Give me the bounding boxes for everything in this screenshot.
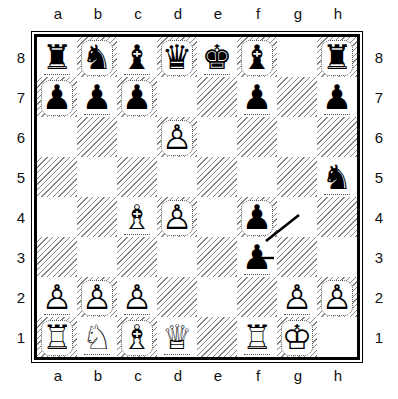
square-f5[interactable] [237, 157, 277, 197]
piece-black-knight-h5[interactable]: ♞♞ [317, 157, 357, 197]
square-h3[interactable] [317, 237, 357, 277]
square-g7[interactable] [277, 77, 317, 117]
file-label-bottom-c: c [118, 363, 158, 389]
piece-glyph: ♝ [122, 40, 152, 74]
piece-glyph: ♟ [242, 240, 272, 274]
piece-glyph: ♜ [42, 40, 72, 74]
square-d1[interactable]: ♛♕ [157, 317, 197, 357]
square-a4[interactable] [37, 197, 77, 237]
piece-glyph: ♖ [42, 320, 72, 354]
square-e2[interactable] [197, 277, 237, 317]
rank-label-right-8: 8 [364, 38, 394, 78]
square-e3[interactable] [197, 237, 237, 277]
square-h2[interactable]: ♟♙ [317, 277, 357, 317]
piece-glyph: ♘ [82, 320, 112, 354]
piece-glyph: ♚ [202, 40, 232, 74]
piece-black-pawn-c7[interactable]: ♟♟ [117, 77, 157, 117]
square-e4[interactable] [197, 197, 237, 237]
piece-glyph: ♟ [242, 200, 272, 234]
piece-black-pawn-h7[interactable]: ♟♟ [317, 77, 357, 117]
piece-white-pawn-c2[interactable]: ♟♙ [117, 277, 157, 317]
square-h5[interactable]: ♞♞ [317, 157, 357, 197]
square-g6[interactable] [277, 117, 317, 157]
rank-label-left-4: 4 [6, 198, 36, 238]
piece-glyph: ♙ [82, 280, 112, 314]
rank-label-right-6: 6 [364, 118, 394, 158]
piece-glyph: ♜ [322, 40, 352, 74]
file-label-bottom-g: g [278, 363, 318, 389]
rank-label-right-2: 2 [364, 278, 394, 318]
piece-glyph: ♔ [282, 320, 312, 354]
piece-black-bishop-f8[interactable]: ♝♝ [237, 37, 277, 77]
rank-label-right-1: 1 [364, 318, 394, 358]
piece-white-bishop-c1[interactable]: ♝♗ [117, 317, 157, 357]
piece-white-knight-b1[interactable]: ♞♘ [77, 317, 117, 357]
square-f6[interactable] [237, 117, 277, 157]
rank-label-right-5: 5 [364, 158, 394, 198]
piece-white-pawn-d6[interactable]: ♟♙ [157, 117, 197, 157]
square-f8[interactable]: ♝♝ [237, 37, 277, 77]
file-label-bottom-e: e [198, 363, 238, 389]
piece-black-pawn-a7[interactable]: ♟♟ [37, 77, 77, 117]
file-label-top-g: g [278, 2, 318, 26]
square-b8[interactable]: ♞♞ [77, 37, 117, 77]
square-f1[interactable]: ♜♖ [237, 317, 277, 357]
piece-glyph: ♙ [42, 280, 72, 314]
piece-white-pawn-a2[interactable]: ♟♙ [37, 277, 77, 317]
square-d8[interactable]: ♛♛ [157, 37, 197, 77]
rank-label-left-2: 2 [6, 278, 36, 318]
square-g5[interactable] [277, 157, 317, 197]
square-e7[interactable] [197, 77, 237, 117]
piece-black-pawn-f4[interactable]: ♟♟ [237, 197, 277, 237]
square-a8[interactable]: ♜♜ [37, 37, 77, 77]
square-f7[interactable]: ♟♟ [237, 77, 277, 117]
square-b1[interactable]: ♞♘ [77, 317, 117, 357]
file-label-bottom-d: d [158, 363, 198, 389]
square-c2[interactable]: ♟♙ [117, 277, 157, 317]
square-c4[interactable]: ♝♗ [117, 197, 157, 237]
rank-label-left-8: 8 [6, 38, 36, 78]
square-f3[interactable]: ♟♟ [237, 237, 277, 277]
square-g1[interactable]: ♚♔ [277, 317, 317, 357]
square-e5[interactable] [197, 157, 237, 197]
rank-label-left-3: 3 [6, 238, 36, 278]
file-label-top-b: b [78, 2, 118, 26]
piece-glyph: ♙ [162, 200, 192, 234]
piece-glyph: ♞ [82, 40, 112, 74]
square-b5[interactable] [77, 157, 117, 197]
piece-glyph: ♟ [242, 80, 272, 114]
piece-white-pawn-d4[interactable]: ♟♙ [157, 197, 197, 237]
rank-label-right-3: 3 [364, 238, 394, 278]
square-h1[interactable] [317, 317, 357, 357]
piece-glyph: ♛ [162, 40, 192, 74]
square-d7[interactable] [157, 77, 197, 117]
piece-black-king-e8[interactable]: ♚♚ [197, 37, 237, 77]
square-b2[interactable]: ♟♙ [77, 277, 117, 317]
file-label-top-a: a [38, 2, 78, 26]
square-a6[interactable] [37, 117, 77, 157]
file-label-bottom-b: b [78, 363, 118, 389]
square-a1[interactable]: ♜♖ [37, 317, 77, 357]
piece-glyph: ♗ [122, 200, 152, 234]
square-b7[interactable]: ♟♟ [77, 77, 117, 117]
square-g8[interactable] [277, 37, 317, 77]
piece-white-king-g1[interactable]: ♚♔ [277, 317, 317, 357]
piece-white-rook-f1[interactable]: ♜♖ [237, 317, 277, 357]
square-f2[interactable] [237, 277, 277, 317]
board-squares: ♜♜♞♞♝♝♛♛♚♚♝♝♜♜♟♟♟♟♟♟♟♟♟♟♟♙♞♞♝♗♟♙♟♟♟♟♟♙♟♙… [37, 37, 357, 357]
piece-black-pawn-f3[interactable]: ♟♟ [237, 237, 277, 277]
rank-label-left-5: 5 [6, 158, 36, 198]
piece-white-pawn-g2[interactable]: ♟♙ [277, 277, 317, 317]
piece-white-bishop-c4[interactable]: ♝♗ [117, 197, 157, 237]
rank-label-left-6: 6 [6, 118, 36, 158]
square-h4[interactable] [317, 197, 357, 237]
square-h7[interactable]: ♟♟ [317, 77, 357, 117]
square-c7[interactable]: ♟♟ [117, 77, 157, 117]
piece-glyph: ♙ [322, 280, 352, 314]
file-label-bottom-f: f [238, 363, 278, 389]
piece-glyph: ♖ [242, 320, 272, 354]
rank-label-right-7: 7 [364, 78, 394, 118]
file-label-top-e: e [198, 2, 238, 26]
square-b6[interactable] [77, 117, 117, 157]
square-d3[interactable] [157, 237, 197, 277]
board-border: ♜♜♞♞♝♝♛♛♚♚♝♝♜♜♟♟♟♟♟♟♟♟♟♟♟♙♞♞♝♗♟♙♟♟♟♟♟♙♟♙… [34, 34, 360, 360]
rank-label-left-7: 7 [6, 78, 36, 118]
square-d5[interactable] [157, 157, 197, 197]
piece-black-rook-a8[interactable]: ♜♜ [37, 37, 77, 77]
square-a5[interactable] [37, 157, 77, 197]
piece-white-pawn-b2[interactable]: ♟♙ [77, 277, 117, 317]
square-b3[interactable] [77, 237, 117, 277]
piece-white-pawn-h2[interactable]: ♟♙ [317, 277, 357, 317]
piece-glyph: ♟ [122, 80, 152, 114]
piece-glyph: ♙ [122, 280, 152, 314]
piece-glyph: ♙ [162, 120, 192, 154]
square-d2[interactable] [157, 277, 197, 317]
square-e8[interactable]: ♚♚ [197, 37, 237, 77]
file-label-top-d: d [158, 2, 198, 26]
piece-glyph: ♝ [242, 40, 272, 74]
file-label-top-f: f [238, 2, 278, 26]
square-h6[interactable] [317, 117, 357, 157]
piece-glyph: ♟ [322, 80, 352, 114]
square-c5[interactable] [117, 157, 157, 197]
square-g4[interactable] [277, 197, 317, 237]
board-frame: ♜♜♞♞♝♝♛♛♚♚♝♝♜♜♟♟♟♟♟♟♟♟♟♟♟♙♞♞♝♗♟♙♟♟♟♟♟♙♟♙… [31, 31, 363, 363]
piece-black-pawn-f7[interactable]: ♟♟ [237, 77, 277, 117]
square-d4[interactable]: ♟♙ [157, 197, 197, 237]
piece-white-rook-a1[interactable]: ♜♖ [37, 317, 77, 357]
file-label-bottom-h: h [318, 363, 358, 389]
piece-glyph: ♟ [42, 80, 72, 114]
square-a2[interactable]: ♟♙ [37, 277, 77, 317]
piece-black-queen-d8[interactable]: ♛♛ [157, 37, 197, 77]
file-label-top-c: c [118, 2, 158, 26]
piece-glyph: ♟ [82, 80, 112, 114]
file-label-bottom-a: a [38, 363, 78, 389]
square-a3[interactable] [37, 237, 77, 277]
square-e1[interactable] [197, 317, 237, 357]
square-c8[interactable]: ♝♝ [117, 37, 157, 77]
file-label-top-h: h [318, 2, 358, 26]
piece-black-knight-b8[interactable]: ♞♞ [77, 37, 117, 77]
square-h8[interactable]: ♜♜ [317, 37, 357, 77]
square-c3[interactable] [117, 237, 157, 277]
square-b4[interactable] [77, 197, 117, 237]
piece-black-rook-h8[interactable]: ♜♜ [317, 37, 357, 77]
rank-label-left-1: 1 [6, 318, 36, 358]
square-c1[interactable]: ♝♗ [117, 317, 157, 357]
piece-black-pawn-b7[interactable]: ♟♟ [77, 77, 117, 117]
square-e6[interactable] [197, 117, 237, 157]
square-g2[interactable]: ♟♙ [277, 277, 317, 317]
piece-glyph: ♙ [282, 280, 312, 314]
piece-glyph: ♗ [122, 320, 152, 354]
piece-glyph: ♞ [322, 160, 352, 194]
piece-black-bishop-c8[interactable]: ♝♝ [117, 37, 157, 77]
rank-label-right-4: 4 [364, 198, 394, 238]
square-g3[interactable] [277, 237, 317, 277]
piece-white-queen-d1[interactable]: ♛♕ [157, 317, 197, 357]
piece-glyph: ♕ [162, 320, 192, 354]
square-f4[interactable]: ♟♟ [237, 197, 277, 237]
square-d6[interactable]: ♟♙ [157, 117, 197, 157]
square-a7[interactable]: ♟♟ [37, 77, 77, 117]
square-c6[interactable] [117, 117, 157, 157]
chess-diagram: ♜♜♞♞♝♝♛♛♚♚♝♝♜♜♟♟♟♟♟♟♟♟♟♟♟♙♞♞♝♗♟♙♟♟♟♟♟♙♟♙… [0, 0, 398, 399]
